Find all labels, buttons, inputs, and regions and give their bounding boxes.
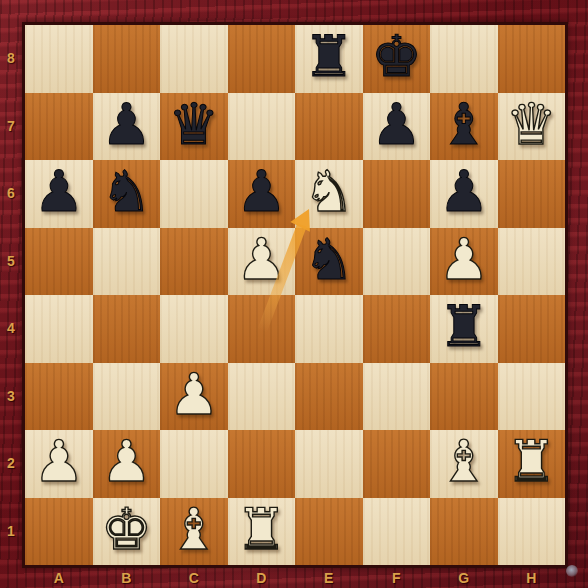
chess-board: ♜♚♟♛♟♝♛♟♞♟♞♟♟♞♟♜♟♟♟♝♜♚♝♜ <box>25 25 565 565</box>
square-g7[interactable]: ♝ <box>430 93 498 161</box>
square-h8[interactable] <box>498 25 566 93</box>
square-g1[interactable] <box>430 498 498 566</box>
file-label-b: B <box>93 568 161 588</box>
square-b6[interactable]: ♞ <box>93 160 161 228</box>
square-c2[interactable] <box>160 430 228 498</box>
square-c5[interactable] <box>160 228 228 296</box>
square-f1[interactable] <box>363 498 431 566</box>
square-c4[interactable] <box>160 295 228 363</box>
square-a7[interactable] <box>25 93 93 161</box>
piece-black-knight-b6[interactable]: ♞ <box>101 163 152 220</box>
rank-label-2: 2 <box>0 430 22 498</box>
square-c7[interactable]: ♛ <box>160 93 228 161</box>
piece-black-rook-e8[interactable]: ♜ <box>303 28 354 85</box>
square-d6[interactable]: ♟ <box>228 160 296 228</box>
square-h1[interactable] <box>498 498 566 566</box>
piece-white-bishop-c1[interactable]: ♝ <box>168 501 219 558</box>
square-h3[interactable] <box>498 363 566 431</box>
square-d2[interactable] <box>228 430 296 498</box>
piece-black-bishop-g7[interactable]: ♝ <box>438 96 489 153</box>
piece-white-king-b1[interactable]: ♚ <box>101 501 152 558</box>
square-e1[interactable] <box>295 498 363 566</box>
square-h5[interactable] <box>498 228 566 296</box>
square-f6[interactable] <box>363 160 431 228</box>
square-e2[interactable] <box>295 430 363 498</box>
square-b3[interactable] <box>93 363 161 431</box>
rank-label-1: 1 <box>0 498 22 566</box>
square-e8[interactable]: ♜ <box>295 25 363 93</box>
file-label-f: F <box>363 568 431 588</box>
piece-black-pawn-a6[interactable]: ♟ <box>33 163 84 220</box>
square-c1[interactable]: ♝ <box>160 498 228 566</box>
square-c6[interactable] <box>160 160 228 228</box>
square-f5[interactable] <box>363 228 431 296</box>
piece-white-pawn-b2[interactable]: ♟ <box>101 433 152 490</box>
square-g4[interactable]: ♜ <box>430 295 498 363</box>
square-g8[interactable] <box>430 25 498 93</box>
file-label-c: C <box>160 568 228 588</box>
square-h2[interactable]: ♜ <box>498 430 566 498</box>
square-d7[interactable] <box>228 93 296 161</box>
square-e5[interactable]: ♞ <box>295 228 363 296</box>
piece-black-pawn-g6[interactable]: ♟ <box>438 163 489 220</box>
piece-white-pawn-a2[interactable]: ♟ <box>33 433 84 490</box>
piece-white-bishop-g2[interactable]: ♝ <box>438 433 489 490</box>
square-b2[interactable]: ♟ <box>93 430 161 498</box>
square-d8[interactable] <box>228 25 296 93</box>
square-b5[interactable] <box>93 228 161 296</box>
file-label-d: D <box>228 568 296 588</box>
piece-white-knight-e6[interactable]: ♞ <box>303 163 354 220</box>
square-a8[interactable] <box>25 25 93 93</box>
square-c8[interactable] <box>160 25 228 93</box>
square-d3[interactable] <box>228 363 296 431</box>
square-f2[interactable] <box>363 430 431 498</box>
piece-white-pawn-g5[interactable]: ♟ <box>438 231 489 288</box>
square-g6[interactable]: ♟ <box>430 160 498 228</box>
piece-white-pawn-d5[interactable]: ♟ <box>236 231 287 288</box>
square-f3[interactable] <box>363 363 431 431</box>
file-label-e: E <box>295 568 363 588</box>
board-frame: ♜♚♟♛♟♝♛♟♞♟♞♟♟♞♟♜♟♟♟♝♜♚♝♜ 87654321 ABCDEF… <box>0 0 588 588</box>
piece-black-pawn-d6[interactable]: ♟ <box>236 163 287 220</box>
square-a4[interactable] <box>25 295 93 363</box>
square-e4[interactable] <box>295 295 363 363</box>
square-f8[interactable]: ♚ <box>363 25 431 93</box>
square-b8[interactable] <box>93 25 161 93</box>
square-a2[interactable]: ♟ <box>25 430 93 498</box>
square-d5[interactable]: ♟ <box>228 228 296 296</box>
piece-black-knight-e5[interactable]: ♞ <box>303 231 354 288</box>
watermark-dot <box>566 565 578 577</box>
square-d1[interactable]: ♜ <box>228 498 296 566</box>
file-label-g: G <box>430 568 498 588</box>
square-a3[interactable] <box>25 363 93 431</box>
rank-label-3: 3 <box>0 363 22 431</box>
square-a6[interactable]: ♟ <box>25 160 93 228</box>
rank-label-7: 7 <box>0 93 22 161</box>
file-label-a: A <box>25 568 93 588</box>
piece-black-king-f8[interactable]: ♚ <box>371 28 422 85</box>
piece-white-rook-d1[interactable]: ♜ <box>236 501 287 558</box>
square-f4[interactable] <box>363 295 431 363</box>
rank-label-8: 8 <box>0 25 22 93</box>
piece-black-pawn-f7[interactable]: ♟ <box>371 96 422 153</box>
piece-black-pawn-b7[interactable]: ♟ <box>101 96 152 153</box>
square-c3[interactable]: ♟ <box>160 363 228 431</box>
piece-black-rook-g4[interactable]: ♜ <box>438 298 489 355</box>
square-h4[interactable] <box>498 295 566 363</box>
square-e3[interactable] <box>295 363 363 431</box>
square-g3[interactable] <box>430 363 498 431</box>
square-a1[interactable] <box>25 498 93 566</box>
square-g5[interactable]: ♟ <box>430 228 498 296</box>
square-a5[interactable] <box>25 228 93 296</box>
piece-black-queen-c7[interactable]: ♛ <box>168 96 219 153</box>
piece-white-rook-h2[interactable]: ♜ <box>506 433 557 490</box>
file-label-h: H <box>498 568 566 588</box>
board-outer-edge: ♜♚♟♛♟♝♛♟♞♟♞♟♟♞♟♜♟♟♟♝♜♚♝♜ <box>22 22 568 568</box>
piece-white-queen-h7[interactable]: ♛ <box>506 96 557 153</box>
square-e6[interactable]: ♞ <box>295 160 363 228</box>
rank-label-6: 6 <box>0 160 22 228</box>
square-b7[interactable]: ♟ <box>93 93 161 161</box>
square-b4[interactable] <box>93 295 161 363</box>
rank-label-5: 5 <box>0 228 22 296</box>
piece-white-pawn-c3[interactable]: ♟ <box>168 366 219 423</box>
square-f7[interactable]: ♟ <box>363 93 431 161</box>
square-b1[interactable]: ♚ <box>93 498 161 566</box>
square-h6[interactable] <box>498 160 566 228</box>
rank-label-4: 4 <box>0 295 22 363</box>
square-d4[interactable] <box>228 295 296 363</box>
square-g2[interactable]: ♝ <box>430 430 498 498</box>
square-e7[interactable] <box>295 93 363 161</box>
square-h7[interactable]: ♛ <box>498 93 566 161</box>
